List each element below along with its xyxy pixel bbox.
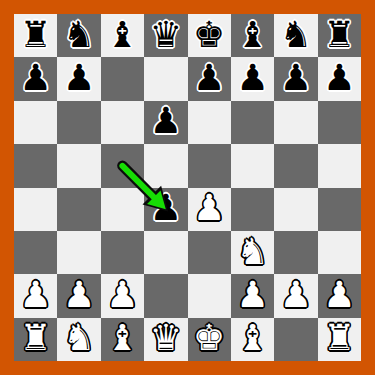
square-h4[interactable] (318, 188, 361, 231)
piece-black-rook[interactable]: ♜ (323, 17, 355, 53)
square-e7[interactable]: ♟ (188, 57, 231, 100)
piece-black-pawn[interactable]: ♟ (150, 190, 182, 226)
square-c4[interactable] (101, 188, 144, 231)
piece-black-pawn[interactable]: ♟ (20, 60, 52, 96)
square-a2[interactable]: ♟ (14, 274, 57, 317)
piece-white-knight[interactable]: ♞ (63, 320, 95, 356)
square-g3[interactable] (274, 231, 317, 274)
square-d1[interactable]: ♛ (144, 318, 187, 361)
square-d2[interactable] (144, 274, 187, 317)
square-a1[interactable]: ♜ (14, 318, 57, 361)
piece-black-rook[interactable]: ♜ (20, 17, 52, 53)
piece-white-rook[interactable]: ♜ (20, 320, 52, 356)
square-h2[interactable]: ♟ (318, 274, 361, 317)
piece-black-bishop[interactable]: ♝ (236, 17, 268, 53)
square-h7[interactable]: ♟ (318, 57, 361, 100)
square-d3[interactable] (144, 231, 187, 274)
piece-black-pawn[interactable]: ♟ (150, 103, 182, 139)
piece-white-pawn[interactable]: ♟ (236, 277, 268, 313)
square-f7[interactable]: ♟ (231, 57, 274, 100)
square-f6[interactable] (231, 101, 274, 144)
piece-white-pawn[interactable]: ♟ (193, 190, 225, 226)
piece-black-knight[interactable]: ♞ (63, 17, 95, 53)
square-f8[interactable]: ♝ (231, 14, 274, 57)
square-a6[interactable] (14, 101, 57, 144)
piece-white-pawn[interactable]: ♟ (106, 277, 138, 313)
square-f1[interactable]: ♝ (231, 318, 274, 361)
square-c8[interactable]: ♝ (101, 14, 144, 57)
square-a8[interactable]: ♜ (14, 14, 57, 57)
square-e4[interactable]: ♟ (188, 188, 231, 231)
square-a4[interactable] (14, 188, 57, 231)
square-g5[interactable] (274, 144, 317, 187)
piece-black-pawn[interactable]: ♟ (280, 60, 312, 96)
piece-white-queen[interactable]: ♛ (150, 320, 182, 356)
piece-black-queen[interactable]: ♛ (150, 17, 182, 53)
square-h6[interactable] (318, 101, 361, 144)
square-b2[interactable]: ♟ (57, 274, 100, 317)
square-a7[interactable]: ♟ (14, 57, 57, 100)
square-d5[interactable] (144, 144, 187, 187)
piece-white-pawn[interactable]: ♟ (20, 277, 52, 313)
piece-white-bishop[interactable]: ♝ (236, 320, 268, 356)
square-e8[interactable]: ♚ (188, 14, 231, 57)
square-h8[interactable]: ♜ (318, 14, 361, 57)
square-e2[interactable] (188, 274, 231, 317)
piece-black-pawn[interactable]: ♟ (323, 60, 355, 96)
square-h1[interactable]: ♜ (318, 318, 361, 361)
piece-black-knight[interactable]: ♞ (280, 17, 312, 53)
square-h5[interactable] (318, 144, 361, 187)
piece-white-rook[interactable]: ♜ (323, 320, 355, 356)
square-f3[interactable]: ♞ (231, 231, 274, 274)
square-e3[interactable] (188, 231, 231, 274)
square-c7[interactable] (101, 57, 144, 100)
square-g4[interactable] (274, 188, 317, 231)
square-b4[interactable] (57, 188, 100, 231)
square-b6[interactable] (57, 101, 100, 144)
chess-board: ♜♞♝♛♚♝♞♜♟♟♟♟♟♟♟♟♟♞♟♟♟♟♟♟♜♞♝♛♚♝♜ (14, 14, 361, 361)
piece-black-king[interactable]: ♚ (193, 17, 225, 53)
square-c1[interactable]: ♝ (101, 318, 144, 361)
square-d6[interactable]: ♟ (144, 101, 187, 144)
square-c6[interactable] (101, 101, 144, 144)
piece-white-king[interactable]: ♚ (193, 320, 225, 356)
piece-white-bishop[interactable]: ♝ (106, 320, 138, 356)
piece-black-pawn[interactable]: ♟ (63, 60, 95, 96)
square-e5[interactable] (188, 144, 231, 187)
square-e1[interactable]: ♚ (188, 318, 231, 361)
piece-black-pawn[interactable]: ♟ (193, 60, 225, 96)
square-d4[interactable]: ♟ (144, 188, 187, 231)
square-b7[interactable]: ♟ (57, 57, 100, 100)
board-frame: ♜♞♝♛♚♝♞♜♟♟♟♟♟♟♟♟♟♞♟♟♟♟♟♟♜♞♝♛♚♝♜ (0, 0, 375, 375)
square-g1[interactable] (274, 318, 317, 361)
square-b3[interactable] (57, 231, 100, 274)
square-c5[interactable] (101, 144, 144, 187)
square-h3[interactable] (318, 231, 361, 274)
square-b5[interactable] (57, 144, 100, 187)
square-g7[interactable]: ♟ (274, 57, 317, 100)
square-f5[interactable] (231, 144, 274, 187)
piece-white-pawn[interactable]: ♟ (323, 277, 355, 313)
square-b8[interactable]: ♞ (57, 14, 100, 57)
piece-black-pawn[interactable]: ♟ (236, 60, 268, 96)
square-a5[interactable] (14, 144, 57, 187)
piece-white-knight[interactable]: ♞ (236, 234, 268, 270)
piece-white-pawn[interactable]: ♟ (280, 277, 312, 313)
square-e6[interactable] (188, 101, 231, 144)
piece-white-pawn[interactable]: ♟ (63, 277, 95, 313)
square-c3[interactable] (101, 231, 144, 274)
square-b1[interactable]: ♞ (57, 318, 100, 361)
square-g2[interactable]: ♟ (274, 274, 317, 317)
piece-black-bishop[interactable]: ♝ (106, 17, 138, 53)
square-d8[interactable]: ♛ (144, 14, 187, 57)
square-d7[interactable] (144, 57, 187, 100)
square-f2[interactable]: ♟ (231, 274, 274, 317)
square-a3[interactable] (14, 231, 57, 274)
square-g8[interactable]: ♞ (274, 14, 317, 57)
square-f4[interactable] (231, 188, 274, 231)
square-c2[interactable]: ♟ (101, 274, 144, 317)
square-g6[interactable] (274, 101, 317, 144)
